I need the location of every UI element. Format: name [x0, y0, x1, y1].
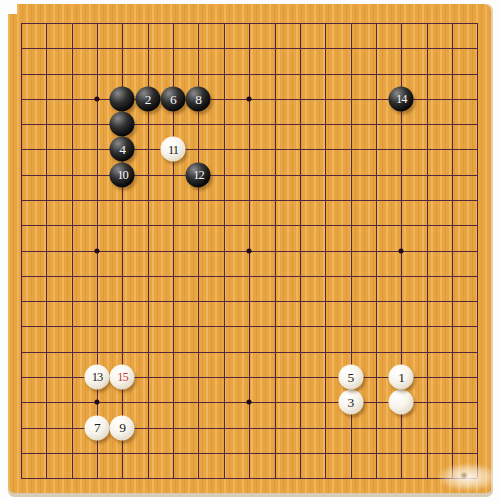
grid-hline [21, 453, 477, 454]
grid-vline [452, 23, 453, 478]
stone-black-e16 [110, 86, 135, 111]
move-number: 2 [145, 92, 151, 106]
grid-vline [300, 23, 301, 478]
move-number: 14 [396, 93, 407, 106]
move-number: 7 [94, 421, 100, 435]
stone-black-2: 2 [135, 86, 160, 111]
scan-corner-notch [0, 0, 17, 14]
stone-white-13: 13 [85, 365, 110, 390]
watermark-mark [460, 471, 468, 480]
grid-vline [427, 23, 428, 478]
stone-white-15: 15 [110, 365, 135, 390]
grid-hline [21, 301, 477, 302]
grid-vline [325, 23, 326, 478]
grid-hline [21, 352, 477, 353]
stone-black-6: 6 [161, 86, 186, 111]
grid-vline [477, 23, 478, 478]
stone-black-14: 14 [389, 86, 414, 111]
move-number: 6 [170, 92, 176, 106]
star-point [247, 96, 252, 101]
move-number: 10 [117, 168, 128, 181]
star-point [247, 400, 252, 405]
move-number: 15 [117, 371, 128, 384]
star-point [247, 248, 252, 253]
stone-black-10: 10 [110, 162, 135, 187]
grid-hline [21, 478, 477, 479]
grid-hline [21, 276, 477, 277]
star-point [95, 248, 100, 253]
move-number: 3 [347, 396, 353, 410]
stone-black-e15 [110, 112, 135, 137]
stone-white-3: 3 [338, 390, 363, 415]
stone-black-12: 12 [186, 162, 211, 187]
stone-white-7: 7 [85, 415, 110, 440]
move-number: 1 [398, 370, 404, 384]
grid-vline [275, 23, 276, 478]
stone-black-8: 8 [186, 86, 211, 111]
stone-white-q4 [389, 390, 414, 415]
move-number: 12 [193, 168, 204, 181]
move-number: 13 [92, 371, 103, 384]
move-number: 11 [168, 143, 178, 156]
star-point [95, 96, 100, 101]
move-number: 5 [347, 370, 353, 384]
move-number: 4 [119, 143, 125, 157]
go-diagram: 123456789101112131415 [0, 0, 499, 501]
stone-black-4: 4 [110, 137, 135, 162]
move-number: 9 [119, 421, 125, 435]
grid-vline [376, 23, 377, 478]
stone-white-9: 9 [110, 415, 135, 440]
star-point [95, 400, 100, 405]
grid-hline [21, 326, 477, 327]
stone-white-5: 5 [338, 365, 363, 390]
go-board: 123456789101112131415 [8, 4, 493, 497]
move-number: 8 [195, 92, 201, 106]
stone-white-11: 11 [161, 137, 186, 162]
star-point [399, 248, 404, 253]
stone-white-1: 1 [389, 365, 414, 390]
